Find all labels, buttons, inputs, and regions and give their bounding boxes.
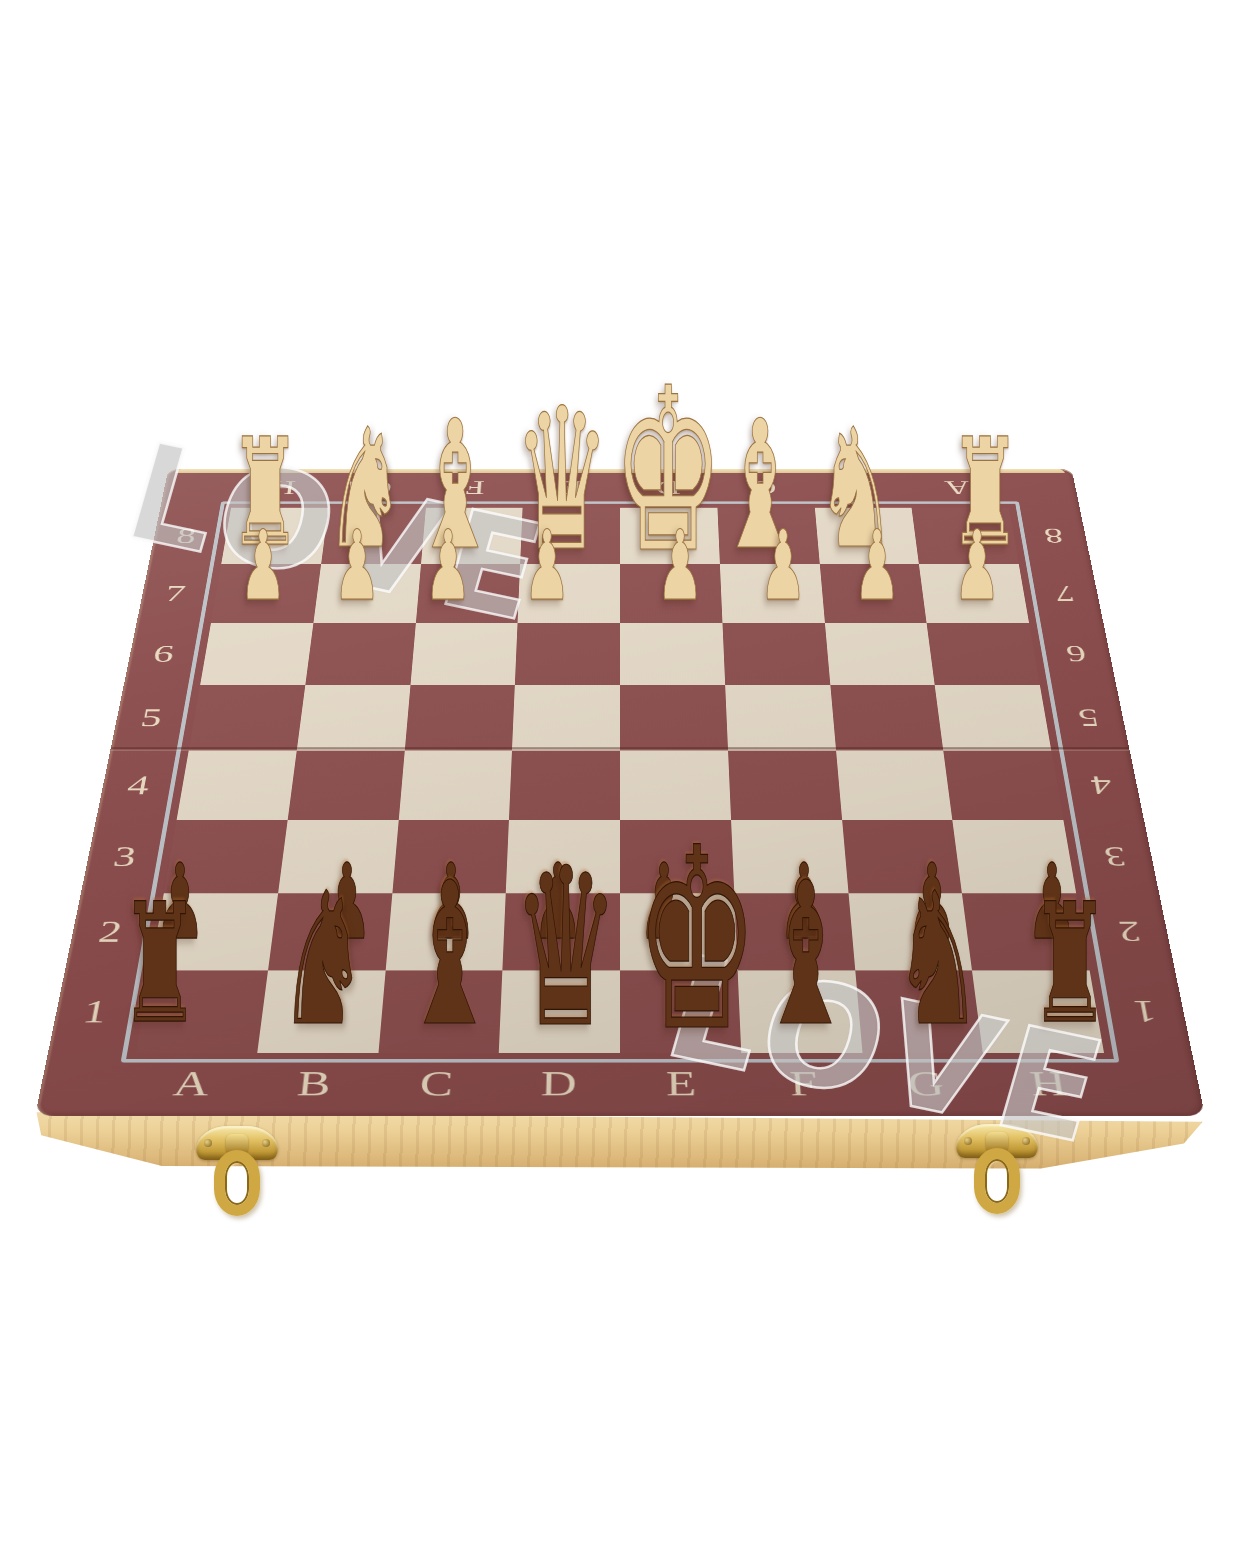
piece-dark-knight-g1[interactable]: ♞ xyxy=(893,868,983,1051)
square-g5[interactable] xyxy=(830,685,944,751)
square-h5[interactable] xyxy=(935,685,1051,751)
square-a4[interactable] xyxy=(177,751,297,820)
clasp-screw xyxy=(262,1139,270,1147)
square-d4[interactable] xyxy=(509,751,620,820)
piece-light-pawn-b7[interactable]: ♟ xyxy=(333,517,381,614)
square-h6[interactable] xyxy=(927,623,1040,685)
piece-light-pawn-h7[interactable]: ♟ xyxy=(954,517,1002,614)
piece-dark-rook-h1[interactable]: ♜ xyxy=(1029,882,1110,1047)
clasp-left-loop[interactable] xyxy=(214,1150,260,1216)
board-fold-seam-highlight xyxy=(110,749,1129,750)
square-e5[interactable] xyxy=(620,685,728,751)
clasp-right-loop[interactable] xyxy=(974,1148,1020,1214)
piece-dark-bishop-c1[interactable]: ♝ xyxy=(402,857,499,1054)
square-e6[interactable] xyxy=(620,623,725,685)
square-b5[interactable] xyxy=(297,685,411,751)
clasp-screw xyxy=(1022,1137,1030,1145)
square-f5[interactable] xyxy=(725,685,836,751)
piece-dark-knight-b1[interactable]: ♞ xyxy=(278,868,368,1051)
piece-light-pawn-c7[interactable]: ♟ xyxy=(424,517,472,614)
file-label-bottom-A: A xyxy=(171,1063,213,1104)
square-c5[interactable] xyxy=(404,685,515,751)
piece-dark-queen-d1[interactable]: ♛ xyxy=(512,840,620,1059)
square-c4[interactable] xyxy=(398,751,512,820)
file-label-bottom-G: G xyxy=(906,1063,946,1104)
square-d6[interactable] xyxy=(515,623,620,685)
piece-dark-rook-a1[interactable]: ♜ xyxy=(119,882,200,1047)
piece-dark-king-e1[interactable]: ♚ xyxy=(635,815,759,1066)
piece-light-pawn-f7[interactable]: ♟ xyxy=(760,517,808,614)
square-g4[interactable] xyxy=(836,751,953,820)
square-c6[interactable] xyxy=(410,623,518,685)
piece-light-pawn-a7[interactable]: ♟ xyxy=(239,517,287,614)
file-label-bottom-H: H xyxy=(1027,1063,1069,1104)
file-label-bottom-B: B xyxy=(295,1063,332,1104)
square-g6[interactable] xyxy=(825,623,935,685)
square-b6[interactable] xyxy=(305,623,415,685)
piece-light-pawn-d7[interactable]: ♟ xyxy=(523,517,571,614)
square-b4[interactable] xyxy=(287,751,404,820)
product-photo-stage: 8765432187654321ABCDEFGHHGFEDCBA ♜♞♝♛♚♝♞… xyxy=(0,0,1242,1562)
piece-dark-bishop-f1[interactable]: ♝ xyxy=(757,857,854,1054)
piece-light-pawn-g7[interactable]: ♟ xyxy=(854,517,902,614)
square-h4[interactable] xyxy=(943,751,1063,820)
square-f6[interactable] xyxy=(722,623,830,685)
clasp-screw xyxy=(204,1139,212,1147)
square-a5[interactable] xyxy=(189,685,305,751)
piece-light-pawn-e7[interactable]: ♟ xyxy=(657,517,705,614)
clasp-screw xyxy=(964,1137,972,1145)
square-d5[interactable] xyxy=(512,685,620,751)
square-a6[interactable] xyxy=(200,623,313,685)
